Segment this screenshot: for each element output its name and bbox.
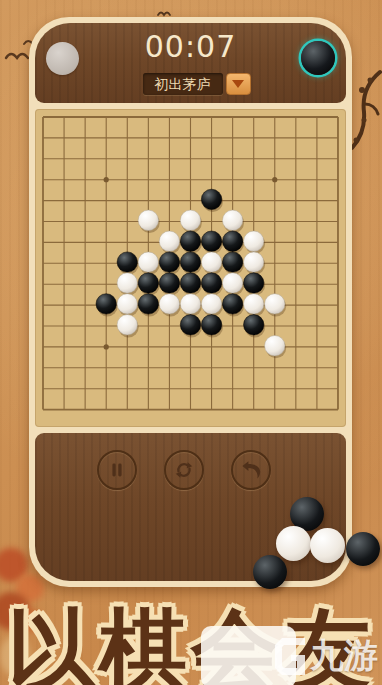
stone-black	[117, 252, 137, 272]
stone-white	[244, 294, 264, 314]
decorative-black-stone	[346, 532, 380, 566]
decorative-white-stone	[276, 526, 311, 561]
difficulty-dropdown[interactable]: 初出茅庐	[143, 73, 223, 95]
stone-white	[138, 252, 158, 272]
stone-black	[180, 231, 200, 251]
game-header: 00:07 初出茅庐	[35, 23, 346, 103]
pause-icon	[106, 459, 128, 481]
stone-white	[138, 210, 158, 230]
difficulty-row: 初出茅庐	[41, 73, 346, 95]
undo-button[interactable]	[231, 450, 271, 490]
stone-white	[117, 315, 137, 335]
stone-black	[201, 231, 221, 251]
pause-button[interactable]	[97, 450, 137, 490]
stone-white	[244, 252, 264, 272]
stone-white	[180, 210, 200, 230]
stone-black	[222, 294, 242, 314]
stone-white	[159, 294, 179, 314]
stone-white	[180, 294, 200, 314]
stone-white	[201, 294, 221, 314]
stone-white	[222, 273, 242, 293]
stone-white	[201, 252, 221, 272]
restart-icon	[173, 459, 195, 481]
decorative-white-stone	[310, 528, 345, 563]
stone-black	[201, 315, 221, 335]
stone-black	[159, 252, 179, 272]
stone-black	[201, 273, 221, 293]
stone-black	[96, 294, 116, 314]
stone-black	[222, 231, 242, 251]
stone-white	[265, 294, 285, 314]
stone-black	[159, 273, 179, 293]
stone-black	[180, 252, 200, 272]
stone-black	[222, 252, 242, 272]
watermark-text: 九游	[310, 633, 378, 679]
stone-black	[201, 189, 221, 209]
chevron-down-icon	[232, 80, 244, 88]
stone-white	[244, 231, 264, 251]
watermark-logo-icon	[272, 635, 308, 677]
stone-white	[222, 210, 242, 230]
stone-black	[244, 273, 264, 293]
star-point	[104, 344, 109, 349]
stone-black	[138, 273, 158, 293]
stone-black	[138, 294, 158, 314]
control-buttons	[35, 450, 339, 490]
black-player-turn-indicator	[301, 41, 335, 75]
board-grid	[35, 109, 346, 427]
star-point	[272, 177, 277, 182]
dropdown-arrow-button[interactable]	[226, 73, 251, 95]
stone-black	[180, 315, 200, 335]
undo-icon	[240, 459, 262, 481]
stone-white	[159, 231, 179, 251]
stone-black	[244, 315, 264, 335]
timer: 00:07	[35, 29, 346, 64]
stone-white	[265, 336, 285, 356]
stone-white	[117, 273, 137, 293]
stone-white	[117, 294, 137, 314]
watermark: 九游	[272, 633, 378, 679]
restart-button[interactable]	[164, 450, 204, 490]
gomoku-board[interactable]	[35, 109, 346, 427]
star-point	[104, 177, 109, 182]
decorative-black-stone	[253, 555, 287, 589]
stone-black	[180, 273, 200, 293]
